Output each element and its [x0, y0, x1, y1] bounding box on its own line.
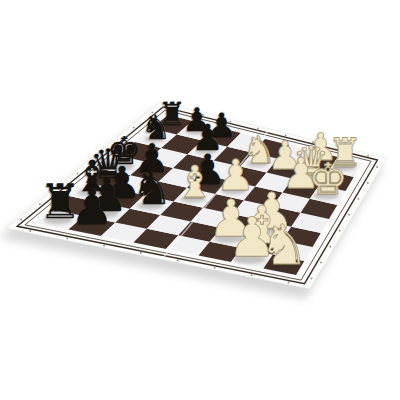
coordinate-mark — [320, 262, 322, 264]
coordinate-mark — [367, 155, 369, 157]
coordinate-mark — [311, 277, 313, 279]
coordinate-mark — [20, 219, 22, 221]
coordinate-mark — [230, 121, 232, 123]
coordinate-mark — [177, 260, 179, 262]
coordinate-mark — [103, 245, 105, 247]
coordinate-mark — [329, 246, 331, 248]
coordinate-mark — [376, 166, 378, 168]
product-photo: ♜♟♟♞♟♟♞♚♜♟♟♛♛♟♟♟♝♚♝♟♞♟♜♟♟♟♝♟♞ — [0, 0, 400, 400]
coordinate-mark — [288, 282, 290, 284]
coordinate-mark — [175, 107, 177, 109]
coordinate-mark — [257, 127, 259, 129]
coordinate-mark — [95, 157, 97, 159]
coordinate-mark — [133, 127, 135, 129]
coordinate-mark — [114, 142, 116, 144]
coordinate-mark — [39, 203, 41, 205]
coordinate-mark — [151, 111, 153, 113]
coordinate-mark — [58, 188, 60, 190]
coordinate-mark — [29, 230, 31, 232]
coordinate-mark — [77, 173, 79, 175]
coordinate-mark — [340, 148, 342, 150]
coordinate-mark — [367, 182, 369, 184]
coordinate-mark — [66, 237, 68, 239]
coordinate-mark — [312, 141, 314, 143]
coordinate-mark — [140, 252, 142, 254]
coordinate-mark — [348, 214, 350, 216]
coordinate-mark — [251, 274, 253, 276]
coordinate-mark — [202, 114, 204, 116]
coordinate-mark — [339, 230, 341, 232]
coordinate-mark — [285, 134, 287, 136]
chessboard — [0, 0, 400, 400]
coordinate-mark — [214, 267, 216, 269]
coordinate-mark — [358, 198, 360, 200]
